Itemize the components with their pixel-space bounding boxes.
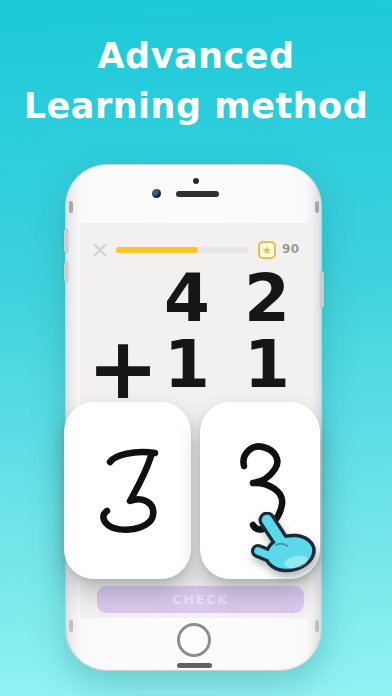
plus-operator: + (98, 338, 148, 398)
antenna-line (69, 201, 73, 213)
handwritten-digit-5 (64, 402, 191, 579)
check-button[interactable]: CHECK (97, 586, 304, 613)
star-badge: ★ (258, 241, 276, 259)
star-count: 90 (282, 242, 300, 256)
problem-digit-ones-bottom: 1 (242, 338, 292, 392)
problem-digit-tens-top: 4 (162, 272, 212, 326)
problem-digit-ones-top: 2 (242, 272, 292, 326)
home-button[interactable] (177, 623, 211, 657)
answer-card-tens[interactable] (64, 402, 191, 579)
power-button[interactable] (320, 271, 324, 308)
antenna-line (69, 620, 73, 632)
star-icon: ★ (262, 244, 272, 255)
problem-digit-tens-bottom: 1 (162, 338, 212, 392)
charging-port (177, 663, 212, 668)
proximity-sensor-dot (193, 178, 199, 184)
antenna-line (315, 201, 319, 213)
progress-bar (116, 247, 249, 253)
volume-down-button[interactable] (64, 262, 68, 282)
antenna-line (315, 620, 319, 632)
front-camera-icon (152, 189, 161, 198)
app-store-screenshot: Advanced Learning method (0, 0, 392, 696)
volume-up-button[interactable] (64, 229, 68, 253)
close-icon[interactable] (93, 243, 107, 257)
title-line-1: Advanced (0, 31, 392, 81)
progress-fill (116, 247, 198, 253)
earpiece-speaker (176, 191, 219, 197)
page-title: Advanced Learning method (0, 31, 392, 131)
pointer-hand-icon (246, 512, 320, 574)
title-line-2: Learning method (0, 81, 392, 131)
